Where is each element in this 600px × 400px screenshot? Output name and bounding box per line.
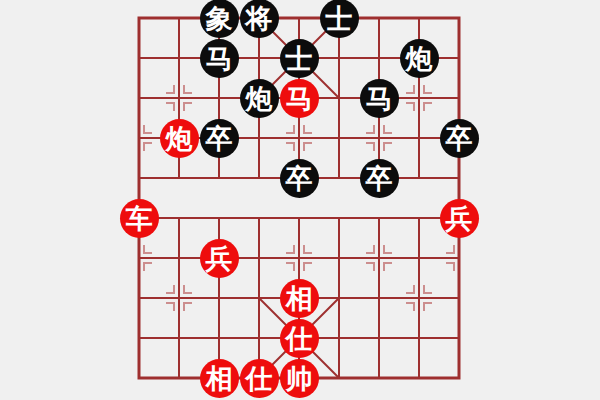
point-marker (366, 143, 374, 151)
point-marker (446, 245, 454, 253)
black-soldier[interactable]: 卒 (200, 119, 239, 158)
point-marker (406, 303, 414, 311)
point-marker (424, 285, 432, 293)
point-marker (366, 263, 374, 271)
point-marker (304, 125, 312, 133)
red-cannon[interactable]: 炮 (160, 119, 199, 158)
point-marker (144, 125, 152, 133)
point-marker (384, 125, 392, 133)
red-soldier[interactable]: 兵 (440, 199, 479, 238)
black-horse[interactable]: 马 (360, 79, 399, 118)
black-cannon[interactable]: 炮 (400, 39, 439, 78)
point-marker (366, 245, 374, 253)
black-soldier[interactable]: 卒 (440, 119, 479, 158)
point-marker (166, 285, 174, 293)
black-horse[interactable]: 马 (200, 39, 239, 78)
point-marker (166, 85, 174, 93)
point-marker (304, 263, 312, 271)
point-marker (424, 303, 432, 311)
black-advisor[interactable]: 士 (320, 0, 359, 38)
red-general[interactable]: 帅 (280, 359, 319, 398)
point-marker (286, 125, 294, 133)
point-marker (286, 263, 294, 271)
point-marker (406, 85, 414, 93)
black-advisor[interactable]: 士 (280, 39, 319, 78)
point-marker (166, 303, 174, 311)
point-marker (184, 303, 192, 311)
red-horse[interactable]: 马 (280, 79, 319, 118)
black-soldier[interactable]: 卒 (360, 159, 399, 198)
xiangqi-board: 象将士马士炮炮马马炮卒卒卒卒车兵兵相仕相仕帅 (0, 0, 600, 400)
point-marker (446, 263, 454, 271)
black-cannon[interactable]: 炮 (240, 79, 279, 118)
point-marker (406, 285, 414, 293)
point-marker (424, 85, 432, 93)
point-marker (184, 85, 192, 93)
point-marker (184, 285, 192, 293)
point-marker (286, 245, 294, 253)
point-marker (424, 103, 432, 111)
point-marker (304, 143, 312, 151)
point-marker (286, 143, 294, 151)
point-marker (304, 245, 312, 253)
point-marker (166, 103, 174, 111)
point-marker (384, 143, 392, 151)
point-marker (366, 125, 374, 133)
point-marker (384, 263, 392, 271)
point-marker (144, 245, 152, 253)
red-elephant[interactable]: 相 (200, 359, 239, 398)
point-marker (406, 103, 414, 111)
point-marker (384, 245, 392, 253)
point-marker (184, 103, 192, 111)
black-elephant[interactable]: 象 (200, 0, 239, 38)
point-marker (144, 143, 152, 151)
black-soldier[interactable]: 卒 (280, 159, 319, 198)
point-marker (144, 263, 152, 271)
red-advisor[interactable]: 仕 (240, 359, 279, 398)
red-advisor[interactable]: 仕 (280, 319, 319, 358)
black-general[interactable]: 将 (240, 0, 279, 38)
red-chariot[interactable]: 车 (120, 199, 159, 238)
red-soldier[interactable]: 兵 (200, 239, 239, 278)
red-elephant[interactable]: 相 (280, 279, 319, 318)
